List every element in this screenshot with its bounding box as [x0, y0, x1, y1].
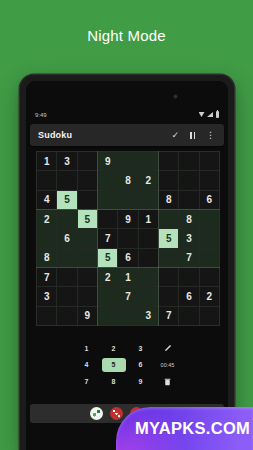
cell-r1c2[interactable]: 3 [57, 152, 76, 170]
overflow-menu-icon[interactable]: ⋮ [206, 131, 215, 140]
cell-r3c4[interactable] [98, 191, 117, 209]
erase-icon[interactable] [154, 373, 181, 390]
pad-digit-3[interactable]: 3 [127, 340, 154, 357]
pad-digit-5[interactable]: 5 [102, 358, 126, 373]
front-camera [173, 94, 178, 99]
cell-r4c3[interactable]: 5 [78, 210, 97, 228]
cell-r9c1[interactable] [37, 307, 56, 325]
cell-r4c5[interactable]: 9 [118, 210, 137, 228]
cell-r8c5[interactable]: 7 [118, 287, 137, 305]
status-icons [199, 111, 220, 118]
cell-r1c6[interactable] [139, 152, 158, 170]
sudoku-board-wrap: 13982458625918675385677213762937 [36, 151, 220, 326]
cell-r5c2[interactable]: 6 [57, 229, 76, 247]
screen: 9:49 Sudoku ✓ ⋮ 139824586259186753856772… [26, 81, 228, 450]
pad-digit-4[interactable]: 4 [73, 357, 100, 374]
cell-r2c2[interactable] [57, 171, 76, 189]
dice-app-icon[interactable] [110, 407, 123, 420]
pad-digit-7[interactable]: 7 [73, 373, 100, 390]
cell-r2c1[interactable] [37, 171, 56, 189]
cell-r1c4[interactable]: 9 [98, 152, 117, 170]
cell-r8c6[interactable] [139, 287, 158, 305]
sudoku-board: 13982458625918675385677213762937 [36, 151, 220, 326]
app-bar: Sudoku ✓ ⋮ [30, 124, 224, 146]
cell-r9c4[interactable] [98, 307, 117, 325]
screenshot-caption: Night Mode [0, 27, 253, 44]
cell-r1c3[interactable] [78, 152, 97, 170]
validate-check-icon[interactable]: ✓ [171, 131, 179, 140]
cell-r2c6[interactable]: 2 [139, 171, 158, 189]
wifi-icon [199, 112, 205, 117]
cell-r4c4[interactable] [98, 210, 117, 228]
pause-icon[interactable] [189, 132, 196, 139]
watermark-banner: MYAPKS.COM [116, 407, 253, 450]
pencil-icon[interactable] [154, 340, 181, 357]
cell-r7c3[interactable] [78, 268, 97, 286]
cell-r9c5[interactable] [118, 307, 137, 325]
cell-r1c7[interactable] [159, 152, 178, 170]
cell-r6c7[interactable] [159, 249, 178, 267]
cell-r4c6[interactable]: 1 [139, 210, 158, 228]
cell-r2c9[interactable] [200, 171, 219, 189]
cell-r9c3[interactable]: 9 [78, 307, 97, 325]
pad-digit-8[interactable]: 8 [100, 373, 127, 390]
tablet-device: 9:49 Sudoku ✓ ⋮ 139824586259186753856772… [20, 75, 234, 450]
cell-r4c8[interactable]: 8 [179, 210, 198, 228]
cell-r5c7[interactable]: 5 [159, 229, 178, 247]
cell-r3c2[interactable]: 5 [57, 191, 76, 209]
status-bar: 9:49 [32, 108, 222, 121]
cell-r1c5[interactable] [118, 152, 137, 170]
cell-r5c6[interactable] [139, 229, 158, 247]
cell-r6c8[interactable]: 7 [179, 249, 198, 267]
cell-r8c8[interactable]: 6 [179, 287, 198, 305]
cell-r9c8[interactable] [179, 307, 198, 325]
pad-digit-2[interactable]: 2 [100, 340, 127, 357]
status-time: 9:49 [35, 112, 47, 118]
cell-r9c7[interactable]: 7 [159, 307, 178, 325]
cell-r5c3[interactable] [78, 229, 97, 247]
cell-r6c4[interactable]: 5 [98, 249, 117, 267]
cell-r3c9[interactable]: 6 [200, 191, 219, 209]
cell-r2c8[interactable] [179, 171, 198, 189]
cell-r1c9[interactable] [200, 152, 219, 170]
cell-r5c9[interactable] [200, 229, 219, 247]
pad-digit-9[interactable]: 9 [127, 373, 154, 390]
cell-r7c2[interactable] [57, 268, 76, 286]
cell-r4c7[interactable] [159, 210, 178, 228]
cell-r9c9[interactable] [200, 307, 219, 325]
cell-r1c8[interactable] [179, 152, 198, 170]
cell-r7c8[interactable] [179, 268, 198, 286]
cell-r8c9[interactable]: 2 [200, 287, 219, 305]
cell-r9c6[interactable]: 3 [139, 307, 158, 325]
cell-r7c4[interactable]: 2 [98, 268, 117, 286]
cell-r8c7[interactable] [159, 287, 178, 305]
cell-r4c9[interactable] [200, 210, 219, 228]
cell-r6c3[interactable] [78, 249, 97, 267]
cell-r5c1[interactable] [37, 229, 56, 247]
cell-r3c3[interactable] [78, 191, 97, 209]
cell-r6c9[interactable] [200, 249, 219, 267]
cell-r3c8[interactable] [179, 191, 198, 209]
app-bar-actions: ✓ ⋮ [171, 131, 215, 140]
cell-r4c1[interactable]: 2 [37, 210, 56, 228]
cell-r6c1[interactable]: 8 [37, 249, 56, 267]
signal-icon [207, 112, 213, 117]
app-title: Sudoku [38, 130, 72, 140]
cell-r2c4[interactable] [98, 171, 117, 189]
cell-r8c2[interactable] [57, 287, 76, 305]
cell-r9c2[interactable] [57, 307, 76, 325]
cell-r7c5[interactable]: 1 [118, 268, 137, 286]
timer: 00:45 [154, 357, 181, 374]
cell-r8c4[interactable] [98, 287, 117, 305]
cell-r7c6[interactable] [139, 268, 158, 286]
battery-icon [216, 111, 220, 118]
cell-r7c7[interactable] [159, 268, 178, 286]
cell-r3c7[interactable]: 8 [159, 191, 178, 209]
cell-r1c1[interactable]: 1 [37, 152, 56, 170]
page: Night Mode 9:49 Sudoku ✓ ⋮ 13 [0, 0, 253, 450]
cell-r2c7[interactable] [159, 171, 178, 189]
cell-r7c1[interactable]: 7 [37, 268, 56, 286]
cell-r4c2[interactable] [57, 210, 76, 228]
cell-r8c1[interactable]: 3 [37, 287, 56, 305]
cell-r6c2[interactable] [57, 249, 76, 267]
cell-r7c9[interactable] [200, 268, 219, 286]
cell-r2c5[interactable]: 8 [118, 171, 137, 189]
number-pad: 12345600:45789 [73, 340, 181, 390]
cell-r6c5[interactable]: 6 [118, 249, 137, 267]
cell-r3c6[interactable] [139, 191, 158, 209]
pad-digit-1[interactable]: 1 [73, 340, 100, 357]
cell-r3c5[interactable] [118, 191, 137, 209]
cell-r5c4[interactable]: 7 [98, 229, 117, 247]
cell-r3c1[interactable]: 4 [37, 191, 56, 209]
cell-r8c3[interactable] [78, 287, 97, 305]
cell-r6c6[interactable] [139, 249, 158, 267]
cell-r5c8[interactable]: 3 [179, 229, 198, 247]
cell-r5c5[interactable] [118, 229, 137, 247]
watermark-text: MYAPKS.COM [135, 419, 250, 438]
sudoku-app-icon[interactable] [90, 407, 103, 420]
pad-digit-6[interactable]: 6 [127, 357, 154, 374]
cell-r2c3[interactable] [78, 171, 97, 189]
